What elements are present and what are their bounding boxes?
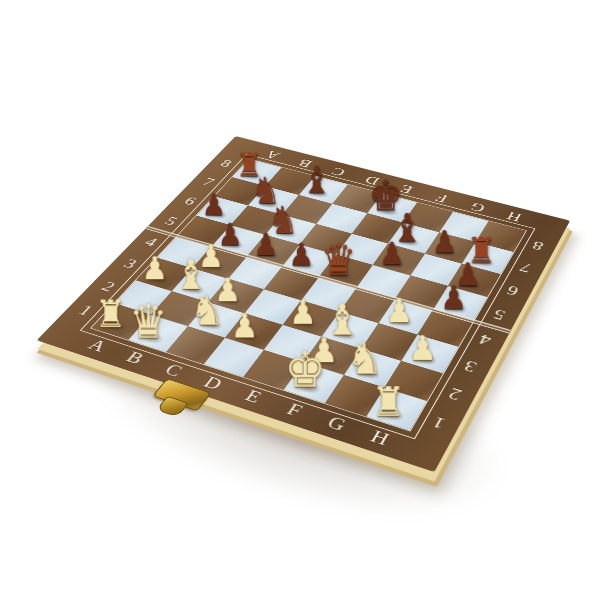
pawn-icon: ♟ [245,230,285,261]
pawn-icon: ♟ [281,297,324,330]
rook-icon: ♜ [366,382,413,423]
queen-icon: ♛ [318,238,359,281]
piece-white-pawn-h3[interactable]: ♟ [402,335,459,374]
pawn-icon: ♟ [372,238,412,269]
rank-right-label-6: 6 [488,274,536,307]
pawn-icon: ♟ [433,282,475,314]
knight-icon: ♞ [342,338,387,381]
bishop-icon: ♝ [297,162,335,199]
king-icon: ♚ [282,346,327,395]
pawn-icon: ♟ [195,190,233,220]
pawn-icon: ♟ [377,295,420,328]
photo-stage: ABCDEFGH ABCDEFGH 87654321 87654321 ♜♝♚♞… [0,0,600,600]
pawn-icon: ♟ [281,240,322,271]
queen-icon: ♛ [126,299,169,345]
pawn-icon: ♟ [401,332,445,366]
pawn-icon: ♟ [424,227,464,258]
square-h3[interactable]: ♟ [402,335,459,374]
pawn-icon: ♟ [223,310,266,343]
